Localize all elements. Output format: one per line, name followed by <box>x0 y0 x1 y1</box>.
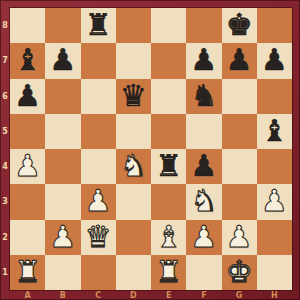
rank-label-3: 3 <box>0 184 10 219</box>
rank-label-1: 1 <box>0 255 10 290</box>
file-label-c: C <box>81 290 116 300</box>
square-e8[interactable] <box>151 8 186 43</box>
square-c4[interactable] <box>81 149 116 184</box>
square-h5[interactable]: ♝ <box>257 114 292 149</box>
file-label-h: H <box>257 290 292 300</box>
white-bishop-e2: ♝ <box>155 219 182 254</box>
white-pawn-b2: ♟ <box>49 219 76 254</box>
rank-label-6: 6 <box>0 79 10 114</box>
white-rook-e1: ♜ <box>155 254 182 289</box>
black-knight-f6: ♞ <box>190 78 217 113</box>
square-d1[interactable] <box>116 255 151 290</box>
rank-label-4: 4 <box>0 149 10 184</box>
square-e3[interactable] <box>151 184 186 219</box>
file-label-e: E <box>151 290 186 300</box>
square-d8[interactable] <box>116 8 151 43</box>
black-king-g8: ♚ <box>226 7 253 42</box>
black-bishop-h5: ♝ <box>261 113 288 148</box>
square-d3[interactable] <box>116 184 151 219</box>
square-h2[interactable] <box>257 220 292 255</box>
square-g5[interactable] <box>222 114 257 149</box>
white-knight-f3: ♞ <box>190 183 217 218</box>
square-h4[interactable] <box>257 149 292 184</box>
square-g4[interactable] <box>222 149 257 184</box>
file-label-d: D <box>116 290 151 300</box>
square-g7[interactable]: ♟ <box>222 43 257 78</box>
black-bishop-a7: ♝ <box>14 42 41 77</box>
square-c8[interactable]: ♜ <box>81 8 116 43</box>
square-e4[interactable]: ♜ <box>151 149 186 184</box>
square-c5[interactable] <box>81 114 116 149</box>
square-a1[interactable]: ♜ <box>10 255 45 290</box>
square-e1[interactable]: ♜ <box>151 255 186 290</box>
square-f6[interactable]: ♞ <box>186 79 221 114</box>
square-h1[interactable] <box>257 255 292 290</box>
square-g6[interactable] <box>222 79 257 114</box>
white-rook-a1: ♜ <box>14 254 41 289</box>
square-f2[interactable]: ♟ <box>186 220 221 255</box>
file-label-f: F <box>186 290 221 300</box>
black-rook-e4: ♜ <box>155 148 182 183</box>
square-h6[interactable] <box>257 79 292 114</box>
square-a7[interactable]: ♝ <box>10 43 45 78</box>
square-f5[interactable] <box>186 114 221 149</box>
square-a2[interactable] <box>10 220 45 255</box>
black-pawn-f4: ♟ <box>190 148 217 183</box>
chess-board-frame: 87654321 ♜♚♝♟♟♟♟♟♛♞♝♟♞♜♟♟♞♟♟♛♝♟♟♜♜♚ ABCD… <box>0 0 300 300</box>
square-d6[interactable]: ♛ <box>116 79 151 114</box>
black-pawn-f7: ♟ <box>190 42 217 77</box>
square-a8[interactable] <box>10 8 45 43</box>
black-pawn-h7: ♟ <box>261 42 288 77</box>
square-e6[interactable] <box>151 79 186 114</box>
square-c7[interactable] <box>81 43 116 78</box>
square-g3[interactable] <box>222 184 257 219</box>
white-pawn-c3: ♟ <box>85 183 112 218</box>
black-rook-c8: ♜ <box>85 7 112 42</box>
black-pawn-g7: ♟ <box>226 42 253 77</box>
square-b7[interactable]: ♟ <box>45 43 80 78</box>
square-e7[interactable] <box>151 43 186 78</box>
square-c3[interactable]: ♟ <box>81 184 116 219</box>
square-g2[interactable]: ♟ <box>222 220 257 255</box>
white-pawn-h3: ♟ <box>261 183 288 218</box>
square-b4[interactable] <box>45 149 80 184</box>
rank-label-2: 2 <box>0 220 10 255</box>
square-b1[interactable] <box>45 255 80 290</box>
square-h8[interactable] <box>257 8 292 43</box>
white-pawn-g2: ♟ <box>226 219 253 254</box>
rank-labels: 87654321 <box>0 8 10 290</box>
file-label-a: A <box>10 290 45 300</box>
square-d4[interactable]: ♞ <box>116 149 151 184</box>
file-labels: ABCDEFGH <box>10 290 292 300</box>
square-c1[interactable] <box>81 255 116 290</box>
square-b2[interactable]: ♟ <box>45 220 80 255</box>
white-pawn-f2: ♟ <box>190 219 217 254</box>
square-g1[interactable]: ♚ <box>222 255 257 290</box>
square-f8[interactable] <box>186 8 221 43</box>
square-f3[interactable]: ♞ <box>186 184 221 219</box>
square-g8[interactable]: ♚ <box>222 8 257 43</box>
square-b5[interactable] <box>45 114 80 149</box>
square-f1[interactable] <box>186 255 221 290</box>
square-c6[interactable] <box>81 79 116 114</box>
black-pawn-b7: ♟ <box>49 42 76 77</box>
square-h7[interactable]: ♟ <box>257 43 292 78</box>
square-d7[interactable] <box>116 43 151 78</box>
black-pawn-a6: ♟ <box>14 78 41 113</box>
square-c2[interactable]: ♛ <box>81 220 116 255</box>
black-queen-d6: ♛ <box>120 78 147 113</box>
white-king-g1: ♚ <box>226 254 253 289</box>
square-b8[interactable] <box>45 8 80 43</box>
square-f4[interactable]: ♟ <box>186 149 221 184</box>
square-b3[interactable] <box>45 184 80 219</box>
square-f7[interactable]: ♟ <box>186 43 221 78</box>
square-b6[interactable] <box>45 79 80 114</box>
white-queen-c2: ♛ <box>85 219 112 254</box>
square-e2[interactable]: ♝ <box>151 220 186 255</box>
chess-board: ♜♚♝♟♟♟♟♟♛♞♝♟♞♜♟♟♞♟♟♛♝♟♟♜♜♚ <box>10 8 292 290</box>
square-d2[interactable] <box>116 220 151 255</box>
white-pawn-a4: ♟ <box>14 148 41 183</box>
square-h3[interactable]: ♟ <box>257 184 292 219</box>
square-a6[interactable]: ♟ <box>10 79 45 114</box>
file-label-g: G <box>222 290 257 300</box>
square-e5[interactable] <box>151 114 186 149</box>
rank-label-7: 7 <box>0 43 10 78</box>
file-label-b: B <box>45 290 80 300</box>
square-d5[interactable] <box>116 114 151 149</box>
rank-label-5: 5 <box>0 114 10 149</box>
square-a4[interactable]: ♟ <box>10 149 45 184</box>
white-knight-d4: ♞ <box>120 148 147 183</box>
square-a3[interactable] <box>10 184 45 219</box>
square-a5[interactable] <box>10 114 45 149</box>
rank-label-8: 8 <box>0 8 10 43</box>
